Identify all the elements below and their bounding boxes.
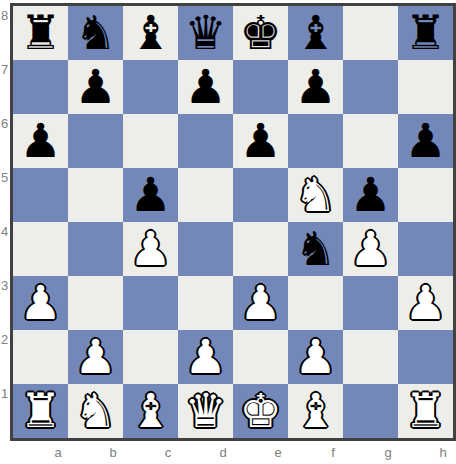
white-pawn[interactable]: ♟ bbox=[349, 225, 391, 272]
square-b8[interactable]: ♞ bbox=[68, 6, 123, 60]
square-f1[interactable]: ♝ bbox=[288, 384, 343, 438]
rank-label-5: 5 bbox=[1, 171, 10, 185]
square-c1[interactable]: ♝ bbox=[123, 384, 178, 438]
square-f8[interactable]: ♝ bbox=[288, 6, 343, 60]
white-pawn[interactable]: ♟ bbox=[19, 279, 61, 326]
white-rook[interactable]: ♜ bbox=[19, 387, 61, 434]
square-e6[interactable]: ♟ bbox=[233, 114, 288, 168]
black-knight[interactable]: ♞ bbox=[74, 9, 116, 56]
black-pawn[interactable]: ♟ bbox=[349, 171, 391, 218]
file-label-b: b bbox=[104, 446, 122, 460]
rank-label-8: 8 bbox=[1, 9, 10, 23]
rank-label-4: 4 bbox=[1, 225, 10, 239]
square-c6[interactable] bbox=[123, 114, 178, 168]
square-d5[interactable] bbox=[178, 168, 233, 222]
rank-label-1: 1 bbox=[1, 387, 10, 401]
black-pawn[interactable]: ♟ bbox=[129, 171, 171, 218]
file-label-h: h bbox=[434, 446, 452, 460]
black-knight[interactable]: ♞ bbox=[294, 225, 336, 272]
black-king[interactable]: ♚ bbox=[239, 9, 281, 56]
file-label-c: c bbox=[159, 446, 177, 460]
white-queen[interactable]: ♛ bbox=[184, 387, 226, 434]
square-g4[interactable]: ♟ bbox=[343, 222, 398, 276]
file-label-f: f bbox=[324, 446, 342, 460]
square-f7[interactable]: ♟ bbox=[288, 60, 343, 114]
square-d2[interactable]: ♟ bbox=[178, 330, 233, 384]
square-e8[interactable]: ♚ bbox=[233, 6, 288, 60]
white-pawn[interactable]: ♟ bbox=[74, 333, 116, 380]
square-b6[interactable] bbox=[68, 114, 123, 168]
square-a3[interactable]: ♟ bbox=[13, 276, 68, 330]
rank-label-6: 6 bbox=[1, 117, 10, 131]
square-e7[interactable] bbox=[233, 60, 288, 114]
square-c2[interactable] bbox=[123, 330, 178, 384]
square-a5[interactable] bbox=[13, 168, 68, 222]
square-h4[interactable] bbox=[398, 222, 453, 276]
square-h2[interactable] bbox=[398, 330, 453, 384]
square-f2[interactable]: ♟ bbox=[288, 330, 343, 384]
square-a4[interactable] bbox=[13, 222, 68, 276]
white-bishop[interactable]: ♝ bbox=[294, 387, 336, 434]
black-pawn[interactable]: ♟ bbox=[404, 117, 446, 164]
square-e4[interactable] bbox=[233, 222, 288, 276]
square-d6[interactable] bbox=[178, 114, 233, 168]
square-d4[interactable] bbox=[178, 222, 233, 276]
square-a7[interactable] bbox=[13, 60, 68, 114]
square-b2[interactable]: ♟ bbox=[68, 330, 123, 384]
white-knight[interactable]: ♞ bbox=[74, 387, 116, 434]
square-a1[interactable]: ♜ bbox=[13, 384, 68, 438]
square-g5[interactable]: ♟ bbox=[343, 168, 398, 222]
square-h6[interactable]: ♟ bbox=[398, 114, 453, 168]
white-pawn[interactable]: ♟ bbox=[294, 333, 336, 380]
square-h7[interactable] bbox=[398, 60, 453, 114]
square-b7[interactable]: ♟ bbox=[68, 60, 123, 114]
black-rook[interactable]: ♜ bbox=[404, 9, 446, 56]
chess-app: 87654321 ♜♞♝♛♚♝♜♟♟♟♟♟♟♟♞♟♟♞♟♟♟♟♟♟♟♜♞♝♛♚♝… bbox=[0, 0, 456, 464]
square-a2[interactable] bbox=[13, 330, 68, 384]
square-b5[interactable] bbox=[68, 168, 123, 222]
file-label-e: e bbox=[269, 446, 287, 460]
rank-label-2: 2 bbox=[1, 333, 10, 347]
square-a6[interactable]: ♟ bbox=[13, 114, 68, 168]
rank-label-7: 7 bbox=[1, 63, 10, 77]
black-rook[interactable]: ♜ bbox=[19, 9, 61, 56]
square-e3[interactable]: ♟ bbox=[233, 276, 288, 330]
white-pawn[interactable]: ♟ bbox=[404, 279, 446, 326]
square-g3[interactable] bbox=[343, 276, 398, 330]
black-pawn[interactable]: ♟ bbox=[184, 63, 226, 110]
square-c4[interactable]: ♟ bbox=[123, 222, 178, 276]
square-d3[interactable] bbox=[178, 276, 233, 330]
square-e2[interactable] bbox=[233, 330, 288, 384]
square-f4[interactable]: ♞ bbox=[288, 222, 343, 276]
square-c3[interactable] bbox=[123, 276, 178, 330]
black-pawn[interactable]: ♟ bbox=[294, 63, 336, 110]
file-label-d: d bbox=[214, 446, 232, 460]
white-pawn[interactable]: ♟ bbox=[129, 225, 171, 272]
square-e1[interactable]: ♚ bbox=[233, 384, 288, 438]
square-d8[interactable]: ♛ bbox=[178, 6, 233, 60]
square-b4[interactable] bbox=[68, 222, 123, 276]
square-f6[interactable] bbox=[288, 114, 343, 168]
square-c7[interactable] bbox=[123, 60, 178, 114]
square-a8[interactable]: ♜ bbox=[13, 6, 68, 60]
square-g8[interactable] bbox=[343, 6, 398, 60]
chess-board: ♜♞♝♛♚♝♜♟♟♟♟♟♟♟♞♟♟♞♟♟♟♟♟♟♟♜♞♝♛♚♝♜ bbox=[10, 3, 456, 441]
white-rook[interactable]: ♜ bbox=[404, 387, 446, 434]
white-bishop[interactable]: ♝ bbox=[129, 387, 171, 434]
square-d1[interactable]: ♛ bbox=[178, 384, 233, 438]
square-g6[interactable] bbox=[343, 114, 398, 168]
square-h1[interactable]: ♜ bbox=[398, 384, 453, 438]
black-pawn[interactable]: ♟ bbox=[239, 117, 281, 164]
square-f3[interactable] bbox=[288, 276, 343, 330]
square-g2[interactable] bbox=[343, 330, 398, 384]
white-pawn[interactable]: ♟ bbox=[239, 279, 281, 326]
file-label-a: a bbox=[49, 446, 67, 460]
black-bishop[interactable]: ♝ bbox=[294, 9, 336, 56]
square-h8[interactable]: ♜ bbox=[398, 6, 453, 60]
square-e5[interactable] bbox=[233, 168, 288, 222]
square-h5[interactable] bbox=[398, 168, 453, 222]
black-queen[interactable]: ♛ bbox=[184, 9, 226, 56]
square-f5[interactable]: ♞ bbox=[288, 168, 343, 222]
white-pawn[interactable]: ♟ bbox=[184, 333, 226, 380]
black-pawn[interactable]: ♟ bbox=[74, 63, 116, 110]
black-pawn[interactable]: ♟ bbox=[19, 117, 61, 164]
file-label-g: g bbox=[379, 446, 397, 460]
square-g7[interactable] bbox=[343, 60, 398, 114]
square-c8[interactable]: ♝ bbox=[123, 6, 178, 60]
white-knight[interactable]: ♞ bbox=[294, 171, 336, 218]
square-g1[interactable] bbox=[343, 384, 398, 438]
white-king[interactable]: ♚ bbox=[239, 387, 281, 434]
square-b3[interactable] bbox=[68, 276, 123, 330]
square-d7[interactable]: ♟ bbox=[178, 60, 233, 114]
rank-label-3: 3 bbox=[1, 279, 10, 293]
black-bishop[interactable]: ♝ bbox=[129, 9, 171, 56]
square-b1[interactable]: ♞ bbox=[68, 384, 123, 438]
square-c5[interactable]: ♟ bbox=[123, 168, 178, 222]
square-h3[interactable]: ♟ bbox=[398, 276, 453, 330]
